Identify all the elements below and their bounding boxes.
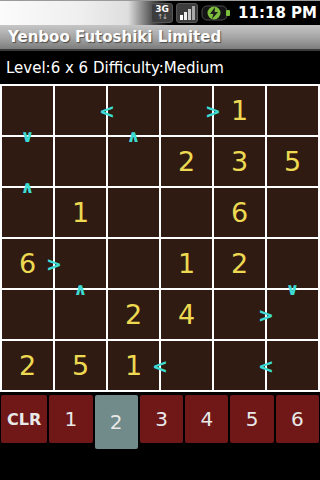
cell-r3c4[interactable] <box>161 188 212 237</box>
status-bar: 3G ↑↓ 11:18 PM <box>0 0 320 25</box>
cell-r6c5[interactable] <box>214 341 265 390</box>
cell-r3c3[interactable] <box>108 188 159 237</box>
title-bar: Yenboo Futoshiki Limited <box>0 25 320 51</box>
cell-r4c5[interactable]: 2 <box>214 239 265 288</box>
cell-r2c1[interactable] <box>2 137 53 186</box>
cell-r5c2[interactable] <box>55 290 106 339</box>
3g-arrows: ↑↓ <box>157 14 167 21</box>
cell-r2c3[interactable] <box>108 137 159 186</box>
app-title: Yenboo Futoshiki Limited <box>8 28 221 46</box>
key-1[interactable]: 1 <box>49 395 92 443</box>
cell-r4c2[interactable] <box>55 239 106 288</box>
cell-r1c5[interactable]: 1 <box>214 86 265 135</box>
cell-r6c4[interactable] <box>161 341 212 390</box>
cell-r6c1[interactable]: 2 <box>2 341 53 390</box>
cell-r2c6[interactable]: 5 <box>267 137 318 186</box>
cell-r1c1[interactable] <box>2 86 53 135</box>
cell-r2c2[interactable] <box>55 137 106 186</box>
status-icons: 3G ↑↓ 11:18 PM <box>151 3 317 23</box>
3g-data-icon: 3G ↑↓ <box>151 3 173 23</box>
cell-r4c1[interactable]: 6 <box>2 239 53 288</box>
cell-r5c1[interactable] <box>2 290 53 339</box>
cell-r1c3[interactable] <box>108 86 159 135</box>
cell-r3c2[interactable]: 1 <box>55 188 106 237</box>
futoshiki-board: 12351661224251<>>><<∨∧∧∧∨ <box>0 84 320 392</box>
cell-r1c6[interactable] <box>267 86 318 135</box>
cell-r5c5[interactable] <box>214 290 265 339</box>
cell-r3c5[interactable]: 6 <box>214 188 265 237</box>
cell-r6c6[interactable] <box>267 341 318 390</box>
key-3[interactable]: 3 <box>140 395 183 443</box>
key-6[interactable]: 6 <box>276 395 319 443</box>
key-4[interactable]: 4 <box>185 395 228 443</box>
key-5[interactable]: 5 <box>230 395 273 443</box>
cell-r1c4[interactable] <box>161 86 212 135</box>
cell-r1c2[interactable] <box>55 86 106 135</box>
cell-r5c4[interactable]: 4 <box>161 290 212 339</box>
cell-r2c5[interactable]: 3 <box>214 137 265 186</box>
signal-strength-icon <box>176 3 198 23</box>
cell-r2c4[interactable]: 2 <box>161 137 212 186</box>
key-clr[interactable]: CLR <box>1 395 47 443</box>
key-2[interactable]: 2 <box>95 395 138 449</box>
clock: 11:18 PM <box>238 4 317 22</box>
keypad: CLR123456 <box>0 395 320 449</box>
cell-r5c6[interactable] <box>267 290 318 339</box>
cell-r6c2[interactable]: 5 <box>55 341 106 390</box>
cell-r3c6[interactable] <box>267 188 318 237</box>
cell-r4c4[interactable]: 1 <box>161 239 212 288</box>
cell-r4c3[interactable] <box>108 239 159 288</box>
cell-r4c6[interactable] <box>267 239 318 288</box>
phone-screen: 3G ↑↓ 11:18 PM Yenboo Futoshiki Limit <box>0 0 320 480</box>
cell-r5c3[interactable]: 2 <box>108 290 159 339</box>
battery-charging-icon <box>201 4 231 22</box>
cell-r6c3[interactable]: 1 <box>108 341 159 390</box>
info-bar: Level:6 x 6 Difficulty:Medium <box>0 51 320 84</box>
bottom-filler <box>0 449 320 480</box>
cell-r3c1[interactable] <box>2 188 53 237</box>
level-difficulty-label: Level:6 x 6 Difficulty:Medium <box>6 59 224 77</box>
